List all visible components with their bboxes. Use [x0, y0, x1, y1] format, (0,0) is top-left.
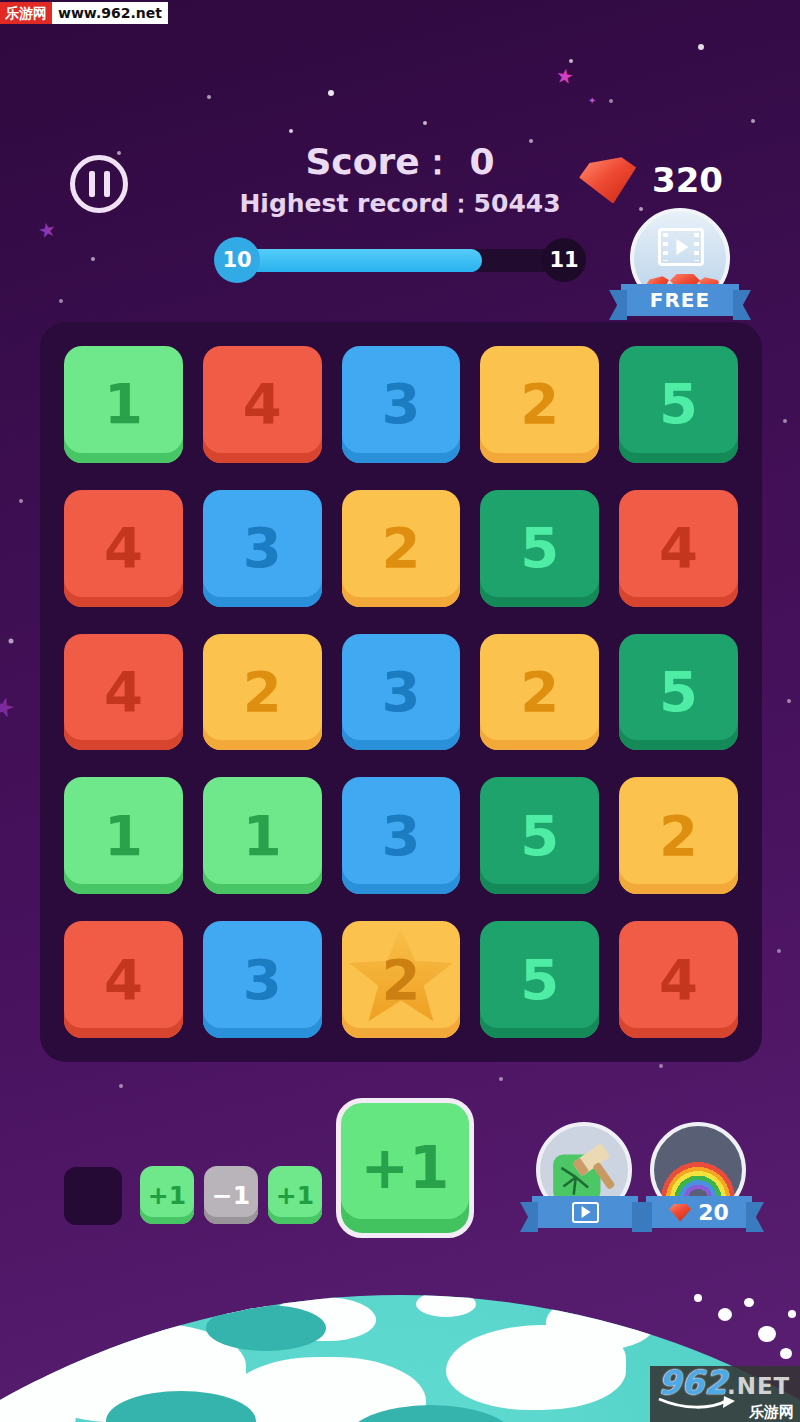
tile[interactable]: 2: [480, 346, 599, 463]
tile[interactable]: 3: [203, 921, 322, 1038]
tile[interactable]: 2: [480, 634, 599, 751]
top-watermark: 乐游网 www.962.net: [0, 2, 168, 24]
game-screen: ★ ★ ★ ✦ 乐游网 www.962.net Score：0 Highest …: [0, 0, 800, 1422]
tile[interactable]: 4: [619, 921, 738, 1038]
level-progress-bar: 10 11: [218, 249, 584, 272]
rainbow-icon: [661, 1161, 735, 1199]
purple-star-icon: ★: [36, 218, 58, 241]
tile[interactable]: 5: [480, 921, 599, 1038]
tile[interactable]: 4: [619, 490, 738, 607]
magenta-star-icon: ★: [555, 65, 576, 87]
level-next-badge: 11: [542, 238, 586, 282]
gem-count: 320: [652, 160, 723, 200]
splash-dot: [718, 1308, 732, 1321]
rainbow-cost-ribbon: 20: [646, 1196, 752, 1228]
queue-upcoming: +1−1+1: [140, 1166, 322, 1224]
splash-dot: [788, 1310, 796, 1318]
record-value: 50443: [474, 189, 561, 218]
game-board: 1432543254423251135243254: [40, 322, 762, 1062]
swoosh-icon: [656, 1396, 736, 1412]
board-grid: 1432543254423251135243254: [64, 346, 738, 1038]
tile[interactable]: 3: [342, 634, 461, 751]
bottom-watermark-site: 962: [658, 1368, 727, 1398]
splash-dot: [780, 1348, 792, 1359]
bottom-watermark-tld: .NET: [727, 1371, 790, 1401]
small-star-icon: ✦: [588, 96, 596, 106]
queue-tile: −1: [204, 1166, 258, 1224]
tile[interactable]: 4: [64, 490, 183, 607]
tile[interactable]: 3: [203, 490, 322, 607]
current-tile[interactable]: +1: [336, 1098, 474, 1238]
top-watermark-site: 乐游网: [0, 2, 52, 24]
score-value: 0: [470, 141, 495, 182]
tile[interactable]: 2: [203, 634, 322, 751]
record-label: Highest record：: [239, 189, 473, 218]
video-icon: [658, 228, 704, 266]
free-ribbon: FREE: [621, 284, 739, 316]
score-label: Score：: [305, 141, 455, 182]
gem-icon: [669, 1203, 691, 1222]
hammer-cost-ribbon: [532, 1196, 638, 1228]
level-current-badge: 10: [214, 237, 260, 283]
video-icon: [572, 1202, 599, 1223]
tile[interactable]: 5: [619, 346, 738, 463]
tile[interactable]: 1: [64, 346, 183, 463]
queue-tile: +1: [268, 1166, 322, 1224]
tile[interactable]: 5: [619, 634, 738, 751]
queue-empty-slot: [64, 1167, 122, 1225]
free-reward-button[interactable]: FREE: [630, 208, 730, 308]
splash-dot: [694, 1294, 702, 1302]
tile[interactable]: 1: [64, 777, 183, 894]
tile[interactable]: 5: [480, 777, 599, 894]
tile[interactable]: 2: [619, 777, 738, 894]
purple-star-icon: ★: [0, 692, 18, 723]
rainbow-cost: 20: [698, 1200, 729, 1225]
tile[interactable]: 4: [203, 346, 322, 463]
tile[interactable]: 1: [203, 777, 322, 894]
tile[interactable]: 3: [342, 346, 461, 463]
tile-star[interactable]: 2: [342, 921, 461, 1038]
bottom-watermark: 962.NET 乐游网: [650, 1366, 800, 1422]
queue-tile: +1: [140, 1166, 194, 1224]
tile[interactable]: 2: [342, 490, 461, 607]
tile[interactable]: 5: [480, 490, 599, 607]
tile[interactable]: 4: [64, 634, 183, 751]
gem-counter[interactable]: 320: [580, 156, 723, 204]
tile[interactable]: 3: [342, 777, 461, 894]
tile[interactable]: 4: [64, 921, 183, 1038]
splash-dot: [744, 1298, 754, 1307]
splash-dot: [758, 1326, 776, 1342]
gem-icon: [576, 151, 641, 208]
top-watermark-url: www.962.net: [52, 2, 168, 24]
